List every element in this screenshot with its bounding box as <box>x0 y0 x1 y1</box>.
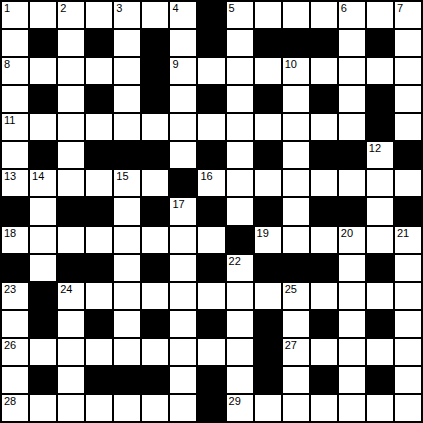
clue-number: 22 <box>229 255 241 267</box>
block-cell-r5c14 <box>395 142 421 168</box>
cell-r6c12[interactable] <box>339 170 365 196</box>
block-cell-r11c9 <box>255 311 281 337</box>
cell-r6c0[interactable]: 13 <box>2 170 28 196</box>
cell-r1c6[interactable] <box>170 30 196 56</box>
cell-r2c12[interactable] <box>339 58 365 84</box>
cell-r6c10[interactable] <box>283 170 309 196</box>
cell-r2c1[interactable] <box>30 58 56 84</box>
clue-number: 20 <box>341 227 353 239</box>
cell-r3c4[interactable] <box>114 86 140 112</box>
block-cell-r5c12 <box>339 142 365 168</box>
block-cell-r6c6 <box>170 170 196 196</box>
cell-r0c13[interactable] <box>367 2 393 28</box>
cell-r1c2[interactable] <box>58 30 84 56</box>
block-cell-r4c13 <box>367 114 393 140</box>
block-cell-r9c0 <box>2 255 28 281</box>
cell-r14c8[interactable]: 29 <box>227 395 253 421</box>
block-cell-r1c13 <box>367 30 393 56</box>
cell-r8c2[interactable] <box>58 227 84 253</box>
block-cell-r13c13 <box>367 367 393 393</box>
cell-r2c9[interactable] <box>255 58 281 84</box>
cell-r7c13[interactable] <box>367 198 393 224</box>
block-cell-r7c11 <box>311 198 337 224</box>
block-cell-r7c2 <box>58 198 84 224</box>
cell-r0c10[interactable] <box>283 2 309 28</box>
block-cell-r9c5 <box>142 255 168 281</box>
block-cell-r7c7 <box>198 198 224 224</box>
cell-r6c14[interactable] <box>395 170 421 196</box>
clue-number: 26 <box>4 339 16 351</box>
clue-number: 16 <box>200 170 212 182</box>
block-cell-r3c1 <box>30 86 56 112</box>
cell-r4c9[interactable] <box>255 114 281 140</box>
cell-r6c4[interactable]: 15 <box>114 170 140 196</box>
cell-r5c13[interactable]: 12 <box>367 142 393 168</box>
block-cell-r9c11 <box>311 255 337 281</box>
cell-r2c13[interactable] <box>367 58 393 84</box>
cell-r3c6[interactable] <box>170 86 196 112</box>
block-cell-r13c1 <box>30 367 56 393</box>
cell-r2c7[interactable] <box>198 58 224 84</box>
block-cell-r7c3 <box>86 198 112 224</box>
cell-r4c0[interactable]: 11 <box>2 114 28 140</box>
clue-number: 2 <box>60 2 66 14</box>
cell-r3c12[interactable] <box>339 86 365 112</box>
block-cell-r9c10 <box>283 255 309 281</box>
cell-r10c11[interactable] <box>311 283 337 309</box>
cell-r3c10[interactable] <box>283 86 309 112</box>
cell-r10c7[interactable] <box>198 283 224 309</box>
cell-r0c5[interactable] <box>142 2 168 28</box>
cell-r10c10[interactable]: 25 <box>283 283 309 309</box>
cell-r3c2[interactable] <box>58 86 84 112</box>
cell-r8c7[interactable] <box>198 227 224 253</box>
cell-r7c1[interactable] <box>30 198 56 224</box>
cell-r6c8[interactable] <box>227 170 253 196</box>
cell-r7c6[interactable]: 17 <box>170 198 196 224</box>
cell-r12c6[interactable] <box>170 339 196 365</box>
cell-r11c12[interactable] <box>339 311 365 337</box>
block-cell-r1c11 <box>311 30 337 56</box>
block-cell-r1c9 <box>255 30 281 56</box>
cell-r14c9[interactable] <box>255 395 281 421</box>
clue-number: 9 <box>172 58 178 70</box>
cell-r10c12[interactable] <box>339 283 365 309</box>
cell-r14c10[interactable] <box>283 395 309 421</box>
cell-r12c4[interactable] <box>114 339 140 365</box>
cell-r9c6[interactable] <box>170 255 196 281</box>
clue-number: 1 <box>4 2 10 14</box>
block-cell-r9c2 <box>58 255 84 281</box>
cell-r10c6[interactable] <box>170 283 196 309</box>
clue-number: 10 <box>285 58 297 70</box>
cell-r10c2[interactable]: 24 <box>58 283 84 309</box>
block-cell-r11c5 <box>142 311 168 337</box>
cell-r13c8[interactable] <box>227 367 253 393</box>
block-cell-r5c4 <box>114 142 140 168</box>
block-cell-r14c7 <box>198 395 224 421</box>
block-cell-r3c7 <box>198 86 224 112</box>
cell-r1c8[interactable] <box>227 30 253 56</box>
cell-r2c10[interactable]: 10 <box>283 58 309 84</box>
block-cell-r13c4 <box>114 367 140 393</box>
cell-r6c7[interactable]: 16 <box>198 170 224 196</box>
cell-r5c6[interactable] <box>170 142 196 168</box>
cell-r13c10[interactable] <box>283 367 309 393</box>
cell-r7c4[interactable] <box>114 198 140 224</box>
cell-r10c4[interactable] <box>114 283 140 309</box>
block-cell-r5c7 <box>198 142 224 168</box>
cell-r0c2[interactable]: 2 <box>58 2 84 28</box>
clue-number: 25 <box>285 283 297 295</box>
cell-r12c10[interactable]: 27 <box>283 339 309 365</box>
cell-r4c10[interactable] <box>283 114 309 140</box>
cell-r4c2[interactable] <box>58 114 84 140</box>
cell-r2c6[interactable]: 9 <box>170 58 196 84</box>
cell-r8c6[interactable] <box>170 227 196 253</box>
cell-r6c2[interactable] <box>58 170 84 196</box>
cell-r9c12[interactable] <box>339 255 365 281</box>
cell-r0c9[interactable] <box>255 2 281 28</box>
cell-r12c12[interactable] <box>339 339 365 365</box>
cell-r4c12[interactable] <box>339 114 365 140</box>
cell-r6c1[interactable]: 14 <box>30 170 56 196</box>
block-cell-r3c5 <box>142 86 168 112</box>
block-cell-r2c5 <box>142 58 168 84</box>
cell-r1c14[interactable] <box>395 30 421 56</box>
cell-r13c6[interactable] <box>170 367 196 393</box>
cell-r10c5[interactable] <box>142 283 168 309</box>
cell-r13c2[interactable] <box>58 367 84 393</box>
cell-r5c8[interactable] <box>227 142 253 168</box>
cell-r12c0[interactable]: 26 <box>2 339 28 365</box>
clue-number: 3 <box>116 2 122 14</box>
cell-r14c0[interactable]: 28 <box>2 395 28 421</box>
clue-number: 6 <box>341 2 347 14</box>
cell-r12c11[interactable] <box>311 339 337 365</box>
cell-r1c4[interactable] <box>114 30 140 56</box>
cell-r7c10[interactable] <box>283 198 309 224</box>
cell-r12c5[interactable] <box>142 339 168 365</box>
cell-r11c2[interactable] <box>58 311 84 337</box>
cell-r9c8[interactable]: 22 <box>227 255 253 281</box>
cell-r14c3[interactable] <box>86 395 112 421</box>
cell-r2c3[interactable] <box>86 58 112 84</box>
cell-r10c9[interactable] <box>255 283 281 309</box>
block-cell-r1c10 <box>283 30 309 56</box>
cell-r4c4[interactable] <box>114 114 140 140</box>
cell-r11c14[interactable] <box>395 311 421 337</box>
block-cell-r11c11 <box>311 311 337 337</box>
cell-r10c13[interactable] <box>367 283 393 309</box>
block-cell-r11c13 <box>367 311 393 337</box>
cell-r3c8[interactable] <box>227 86 253 112</box>
cell-r1c12[interactable] <box>339 30 365 56</box>
cell-r0c1[interactable] <box>30 2 56 28</box>
block-cell-r13c11 <box>311 367 337 393</box>
block-cell-r13c7 <box>198 367 224 393</box>
block-cell-r9c3 <box>86 255 112 281</box>
clue-number: 11 <box>4 114 15 126</box>
clue-number: 5 <box>229 2 235 14</box>
cell-r4c5[interactable] <box>142 114 168 140</box>
block-cell-r10c1 <box>30 283 56 309</box>
cell-r0c6[interactable]: 4 <box>170 2 196 28</box>
block-cell-r3c9 <box>255 86 281 112</box>
cell-r14c13[interactable] <box>367 395 393 421</box>
cell-r3c14[interactable] <box>395 86 421 112</box>
clue-number: 28 <box>4 395 16 407</box>
cell-r8c0[interactable]: 18 <box>2 227 28 253</box>
block-cell-r11c3 <box>86 311 112 337</box>
cell-r4c7[interactable] <box>198 114 224 140</box>
cell-r2c11[interactable] <box>311 58 337 84</box>
block-cell-r13c9 <box>255 367 281 393</box>
cell-r14c5[interactable] <box>142 395 168 421</box>
block-cell-r3c3 <box>86 86 112 112</box>
cell-r5c10[interactable] <box>283 142 309 168</box>
cell-r13c14[interactable] <box>395 367 421 393</box>
block-cell-r5c3 <box>86 142 112 168</box>
clue-number: 8 <box>4 58 10 70</box>
cell-r10c14[interactable] <box>395 283 421 309</box>
block-cell-r13c3 <box>86 367 112 393</box>
block-cell-r5c5 <box>142 142 168 168</box>
block-cell-r3c13 <box>367 86 393 112</box>
cell-r9c4[interactable] <box>114 255 140 281</box>
clue-number: 4 <box>172 2 178 14</box>
cell-r12c3[interactable] <box>86 339 112 365</box>
block-cell-r7c9 <box>255 198 281 224</box>
block-cell-r5c1 <box>30 142 56 168</box>
cell-r9c1[interactable] <box>30 255 56 281</box>
cell-r14c12[interactable] <box>339 395 365 421</box>
cell-r2c2[interactable] <box>58 58 84 84</box>
block-cell-r11c1 <box>30 311 56 337</box>
clue-number: 29 <box>229 395 241 407</box>
clue-number: 18 <box>4 227 16 239</box>
cell-r12c13[interactable] <box>367 339 393 365</box>
clue-number: 17 <box>172 198 184 210</box>
cell-r10c8[interactable] <box>227 283 253 309</box>
cell-r12c2[interactable] <box>58 339 84 365</box>
block-cell-r1c1 <box>30 30 56 56</box>
cell-r8c11[interactable] <box>311 227 337 253</box>
clue-number: 19 <box>257 227 269 239</box>
cell-r2c14[interactable] <box>395 58 421 84</box>
cell-r9c14[interactable] <box>395 255 421 281</box>
cell-r11c8[interactable] <box>227 311 253 337</box>
cell-r14c11[interactable] <box>311 395 337 421</box>
block-cell-r7c12 <box>339 198 365 224</box>
cell-r13c12[interactable] <box>339 367 365 393</box>
block-cell-r3c11 <box>311 86 337 112</box>
clue-number: 15 <box>116 170 128 182</box>
cell-r10c3[interactable] <box>86 283 112 309</box>
cell-r6c5[interactable] <box>142 170 168 196</box>
cell-r7c8[interactable] <box>227 198 253 224</box>
clue-number: 21 <box>397 227 409 239</box>
cell-r5c2[interactable] <box>58 142 84 168</box>
cell-r8c5[interactable] <box>142 227 168 253</box>
cell-r2c4[interactable] <box>114 58 140 84</box>
cell-r8c10[interactable] <box>283 227 309 253</box>
block-cell-r11c7 <box>198 311 224 337</box>
clue-number: 27 <box>285 339 297 351</box>
cell-r8c14[interactable]: 21 <box>395 227 421 253</box>
cell-r11c6[interactable] <box>170 311 196 337</box>
block-cell-r7c5 <box>142 198 168 224</box>
cell-r14c1[interactable] <box>30 395 56 421</box>
block-cell-r5c11 <box>311 142 337 168</box>
cell-r0c12[interactable]: 6 <box>339 2 365 28</box>
crossword-board: 1234567891011121314151617181920212223242… <box>0 0 423 423</box>
block-cell-r9c9 <box>255 255 281 281</box>
block-cell-r0c7 <box>198 2 224 28</box>
cell-r13c0[interactable] <box>2 367 28 393</box>
clue-number: 12 <box>369 142 381 154</box>
cell-r11c10[interactable] <box>283 311 309 337</box>
cell-r6c13[interactable] <box>367 170 393 196</box>
clue-number: 14 <box>32 170 44 182</box>
cell-r0c3[interactable] <box>86 2 112 28</box>
block-cell-r9c7 <box>198 255 224 281</box>
cell-r11c4[interactable] <box>114 311 140 337</box>
cell-r8c1[interactable] <box>30 227 56 253</box>
cell-r11c0[interactable] <box>2 311 28 337</box>
cell-r4c1[interactable] <box>30 114 56 140</box>
cell-r6c11[interactable] <box>311 170 337 196</box>
block-cell-r1c5 <box>142 30 168 56</box>
cell-r8c4[interactable] <box>114 227 140 253</box>
block-cell-r13c5 <box>142 367 168 393</box>
cell-r8c9[interactable]: 19 <box>255 227 281 253</box>
block-cell-r7c0 <box>2 198 28 224</box>
cell-r4c14[interactable] <box>395 114 421 140</box>
cell-r14c6[interactable] <box>170 395 196 421</box>
cell-r4c8[interactable] <box>227 114 253 140</box>
cell-r12c7[interactable] <box>198 339 224 365</box>
block-cell-r5c9 <box>255 142 281 168</box>
block-cell-r1c3 <box>86 30 112 56</box>
cell-r2c0[interactable]: 8 <box>2 58 28 84</box>
block-cell-r7c14 <box>395 198 421 224</box>
cell-r0c14[interactable]: 7 <box>395 2 421 28</box>
cell-r0c0[interactable]: 1 <box>2 2 28 28</box>
clue-number: 13 <box>4 170 16 182</box>
cell-r5c0[interactable] <box>2 142 28 168</box>
cell-r0c8[interactable]: 5 <box>227 2 253 28</box>
block-cell-r9c13 <box>367 255 393 281</box>
cell-r3c0[interactable] <box>2 86 28 112</box>
clue-number: 23 <box>4 283 16 295</box>
clue-number: 24 <box>60 283 72 295</box>
cell-r4c3[interactable] <box>86 114 112 140</box>
cell-r14c4[interactable] <box>114 395 140 421</box>
cell-r2c8[interactable] <box>227 58 253 84</box>
cell-r6c3[interactable] <box>86 170 112 196</box>
cell-r14c2[interactable] <box>58 395 84 421</box>
cell-r12c8[interactable] <box>227 339 253 365</box>
block-cell-r8c8 <box>227 227 253 253</box>
cell-r8c3[interactable] <box>86 227 112 253</box>
block-cell-r1c7 <box>198 30 224 56</box>
cell-r1c0[interactable] <box>2 30 28 56</box>
clue-number: 7 <box>397 2 403 14</box>
cell-r4c11[interactable] <box>311 114 337 140</box>
cell-r8c12[interactable]: 20 <box>339 227 365 253</box>
cell-r4c6[interactable] <box>170 114 196 140</box>
cell-r0c11[interactable] <box>311 2 337 28</box>
cell-r6c9[interactable] <box>255 170 281 196</box>
cell-r14c14[interactable] <box>395 395 421 421</box>
cell-r0c4[interactable]: 3 <box>114 2 140 28</box>
cell-r12c1[interactable] <box>30 339 56 365</box>
block-cell-r12c9 <box>255 339 281 365</box>
cell-r8c13[interactable] <box>367 227 393 253</box>
cell-r10c0[interactable]: 23 <box>2 283 28 309</box>
cell-r12c14[interactable] <box>395 339 421 365</box>
